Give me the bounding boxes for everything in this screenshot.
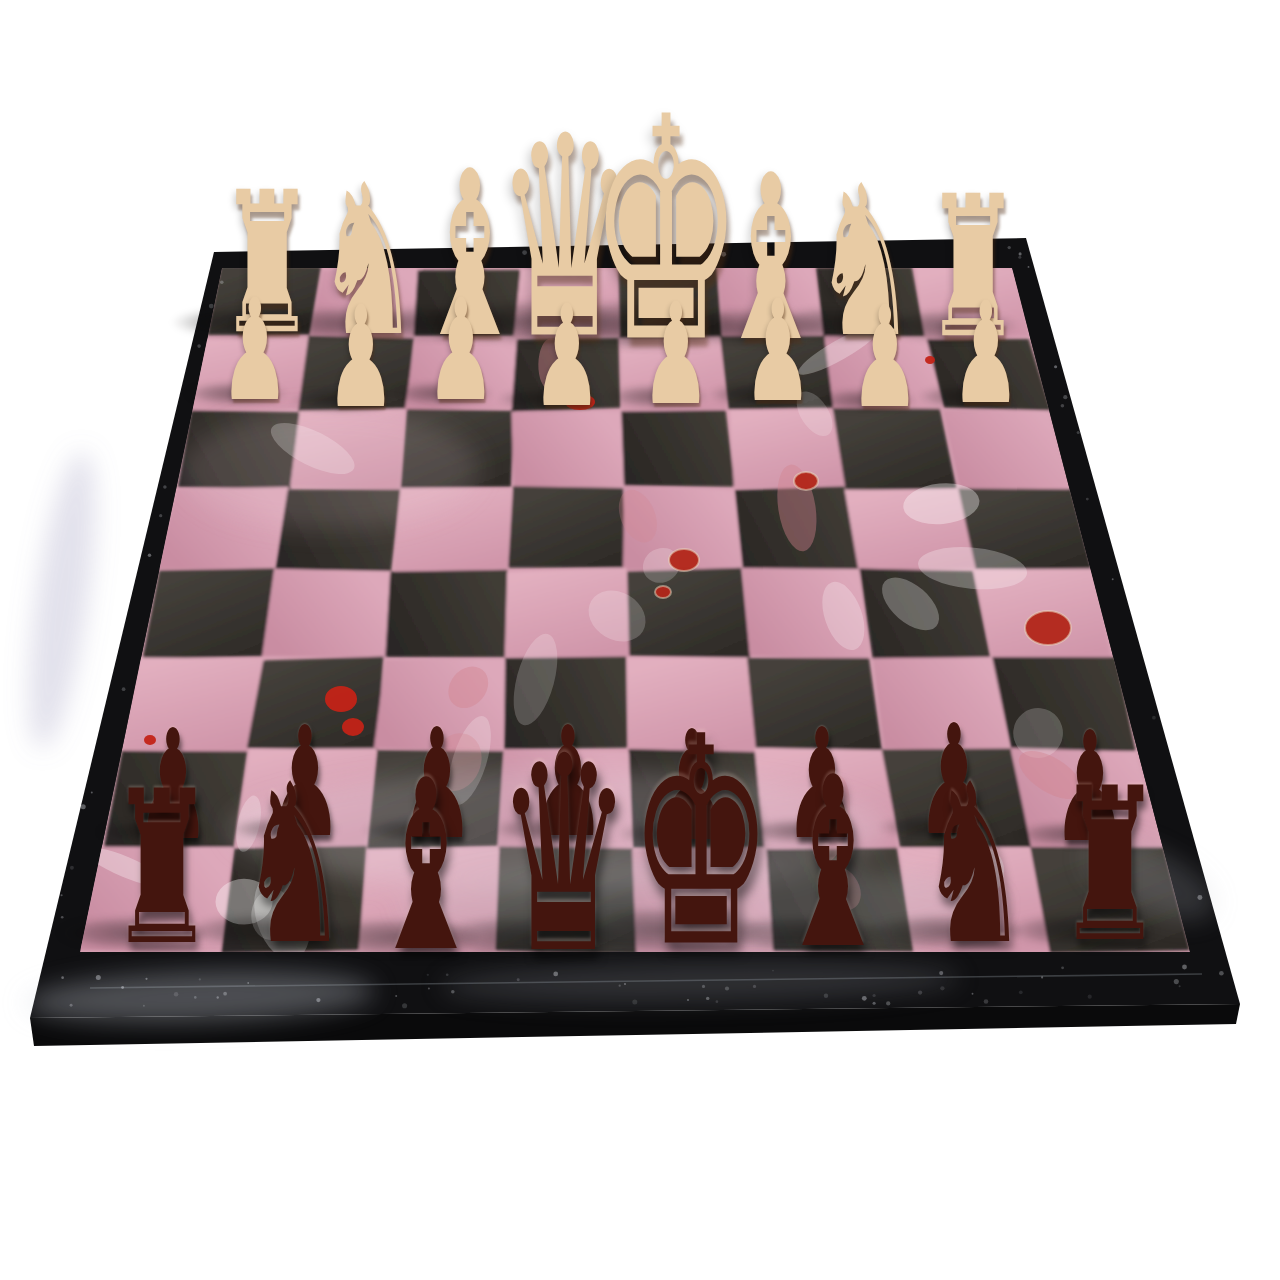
sparkle-dot — [197, 344, 201, 348]
sparkle-dot — [1088, 995, 1092, 999]
red-paint-spot-5 — [655, 586, 671, 598]
sparkle-dot — [1086, 498, 1089, 501]
sparkle-dot — [1054, 365, 1057, 368]
square-d4 — [508, 486, 626, 568]
sparkle-dot — [61, 894, 63, 896]
chessboard-photo: ♜♞♝♛♚♝♞♜♟♟♟♟♟♟♟♟♟♟♟♟♟♟♟♟♜♞♝♛♚♝♞♜ — [0, 0, 1280, 1280]
piece-white-pawn-e2: ♟ — [641, 285, 711, 425]
sparkle-dot — [402, 1003, 407, 1008]
red-paint-spot-4 — [669, 549, 699, 571]
sparkle-dot — [122, 687, 126, 691]
sparkle-dot — [1152, 716, 1156, 720]
sparkle-dot — [1179, 985, 1181, 987]
sparkle-dot — [143, 1005, 145, 1007]
sparkle-dot — [886, 1001, 890, 1005]
piece-black-king-e8: ♚ — [629, 700, 774, 988]
sparkle-dot — [1197, 895, 1202, 900]
sparkle-dot — [159, 514, 162, 517]
piece-black-knight-b8: ♞ — [239, 755, 349, 975]
sparkle-dot — [174, 992, 178, 996]
sparkle-dot — [1174, 979, 1179, 984]
sparkle-dot — [1182, 965, 1187, 970]
sparkle-dot — [217, 996, 219, 998]
sparkle-dot — [194, 996, 197, 999]
sparkle-dot — [61, 916, 64, 919]
piece-white-pawn-d2: ♟ — [532, 287, 602, 427]
sparkle-dot — [96, 975, 101, 980]
piece-black-bishop-c8: ♝ — [367, 749, 485, 984]
piece-black-rook-a8: ♜ — [109, 763, 215, 975]
piece-black-bishop-f8: ♝ — [774, 746, 892, 981]
sparkle-dot — [1041, 976, 1043, 978]
sparkle-dot — [148, 554, 151, 557]
sparkle-dot — [873, 1002, 876, 1005]
piece-black-knight-g8: ♞ — [918, 755, 1028, 975]
piece-white-pawn-b2: ♟ — [326, 288, 396, 428]
sparkle-dot — [316, 998, 320, 1002]
sparkle-dot — [1219, 971, 1224, 976]
piece-white-pawn-g2: ♟ — [850, 288, 920, 428]
sparkle-dot — [1077, 431, 1080, 434]
sparkle-dot — [91, 791, 93, 793]
sparkle-dot — [70, 1004, 73, 1007]
sheen-blotch — [15, 448, 108, 752]
square-b5 — [262, 569, 390, 658]
sparkle-dot — [70, 866, 74, 870]
sparkle-dot — [1063, 395, 1067, 399]
sparkle-dot — [984, 999, 989, 1004]
sparkle-dot — [223, 992, 227, 996]
square-e5 — [627, 568, 750, 658]
sparkle-dot — [81, 804, 86, 809]
piece-white-pawn-c2: ♟ — [426, 281, 496, 421]
square-c5 — [385, 570, 507, 658]
piece-white-pawn-h2: ♟ — [951, 284, 1021, 424]
sparkle-dot — [1061, 404, 1065, 408]
piece-black-rook-h8: ♜ — [1056, 761, 1162, 973]
piece-white-pawn-a2: ♟ — [219, 281, 289, 421]
sparkle-dot — [61, 976, 64, 979]
sparkle-dot — [1112, 578, 1114, 580]
piece-white-pawn-f2: ♟ — [743, 282, 813, 422]
sparkle-dot — [163, 485, 167, 489]
red-paint-spot-8 — [342, 718, 364, 736]
red-paint-spot-6 — [1025, 611, 1071, 645]
sparkle-dot — [1028, 266, 1030, 268]
square-a5 — [143, 568, 275, 659]
red-paint-spot-3 — [794, 472, 818, 490]
piece-black-queen-d8: ♛ — [496, 721, 632, 991]
